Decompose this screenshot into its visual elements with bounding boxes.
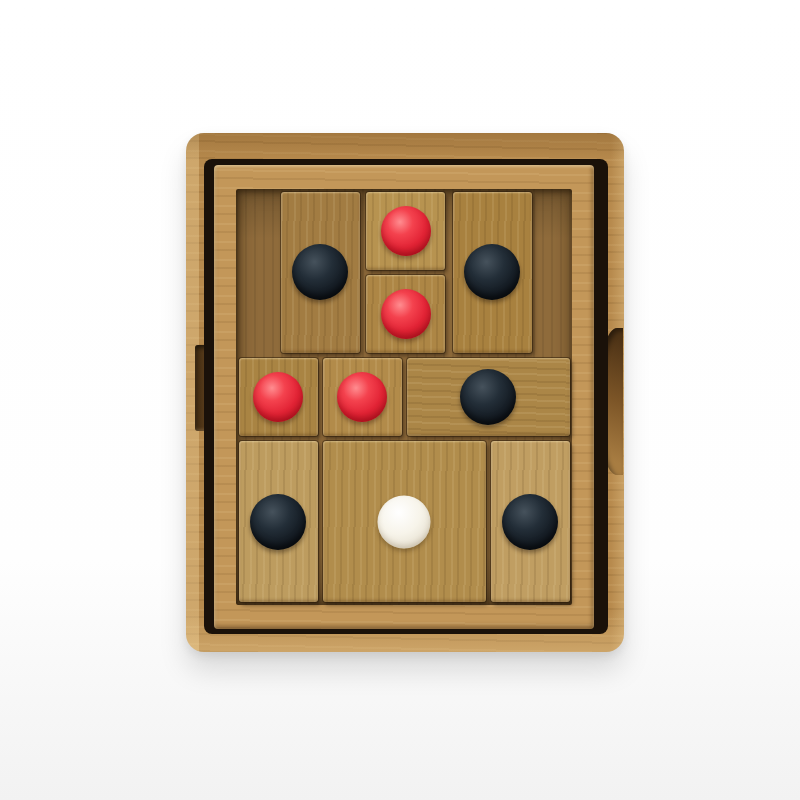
- black-peg-icon: [502, 494, 558, 550]
- red-peg-icon: [381, 206, 431, 256]
- black-peg-icon: [464, 244, 520, 300]
- block-H[interactable]: [239, 441, 318, 602]
- block-I[interactable]: [323, 441, 486, 602]
- red-peg-icon: [381, 289, 431, 339]
- puzzle-board: [236, 189, 572, 605]
- block-B[interactable]: [366, 192, 445, 270]
- block-F[interactable]: [323, 358, 402, 436]
- photo-background: [0, 0, 800, 800]
- sliding-tray-frame: [214, 165, 594, 629]
- red-peg-icon: [253, 372, 303, 422]
- black-peg-icon: [460, 369, 516, 425]
- box-tray-seam: [204, 159, 608, 634]
- block-J[interactable]: [491, 441, 570, 602]
- block-C[interactable]: [366, 275, 445, 353]
- block-E[interactable]: [239, 358, 318, 436]
- red-peg-icon: [337, 372, 387, 422]
- black-peg-icon: [292, 244, 348, 300]
- block-D[interactable]: [453, 192, 532, 353]
- white-peg-icon: [378, 495, 431, 548]
- block-G[interactable]: [407, 358, 570, 436]
- black-peg-icon: [250, 494, 306, 550]
- puzzle-box: [186, 133, 624, 652]
- block-A[interactable]: [281, 192, 360, 353]
